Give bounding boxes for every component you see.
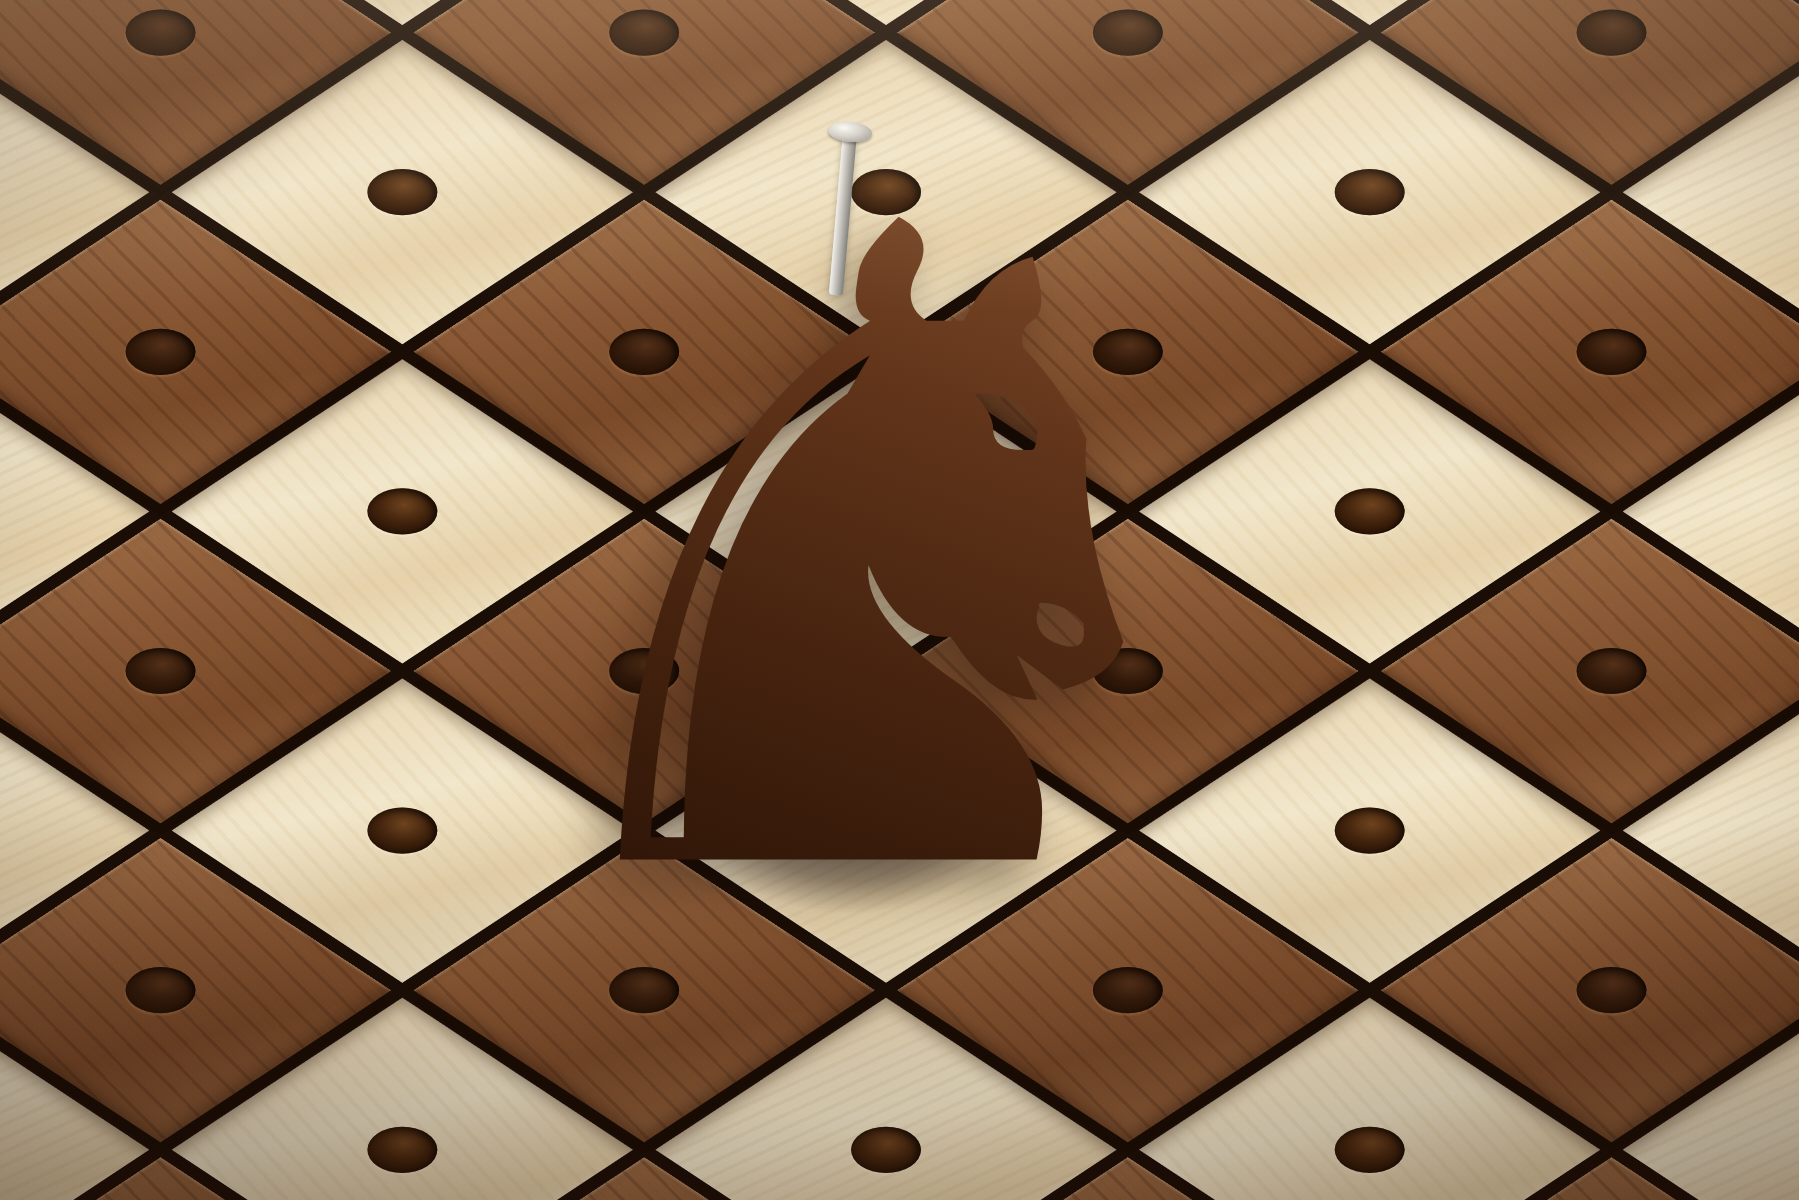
peg-hole	[352, 160, 451, 225]
square-e4[interactable]: ♞	[655, 678, 1116, 982]
peg-hole	[1320, 798, 1419, 863]
peg-hole	[1320, 479, 1419, 544]
chessboard-photo-scene: ♞	[0, 0, 1799, 1200]
peg-hole	[1561, 958, 1660, 1023]
peg-hole	[1320, 160, 1419, 225]
peg-hole	[352, 479, 451, 544]
knight-glyph: ♞	[506, 206, 1266, 926]
peg-hole	[1320, 1117, 1419, 1182]
peg-hole	[352, 798, 451, 863]
peg-hole	[111, 0, 210, 65]
peg-hole	[111, 319, 210, 384]
peg-hole	[111, 638, 210, 703]
black-knight[interactable]: ♞	[506, 206, 1266, 926]
peg-hole	[111, 958, 210, 1023]
peg-hole	[1561, 0, 1660, 65]
peg-hole	[1561, 638, 1660, 703]
chess-board: ♞	[0, 0, 1799, 1200]
peg-hole	[836, 1117, 935, 1182]
peg-hole	[1561, 319, 1660, 384]
peg-hole	[352, 1117, 451, 1182]
